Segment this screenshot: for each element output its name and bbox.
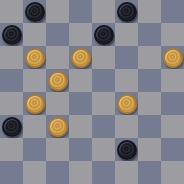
black-man-piece[interactable] <box>117 2 137 22</box>
square-b5 <box>23 69 46 92</box>
black-man-piece[interactable] <box>25 2 45 22</box>
square-a7[interactable] <box>0 23 23 46</box>
square-f3 <box>115 115 138 138</box>
gold-man-piece[interactable] <box>25 94 45 114</box>
square-b7 <box>23 23 46 46</box>
black-man-piece[interactable] <box>117 140 137 160</box>
square-c2 <box>46 138 69 161</box>
square-h1 <box>161 161 184 184</box>
square-f4[interactable] <box>115 92 138 115</box>
square-a2 <box>0 138 23 161</box>
square-d5 <box>69 69 92 92</box>
black-man-piece[interactable] <box>2 117 22 137</box>
square-d2[interactable] <box>69 138 92 161</box>
square-f5 <box>115 69 138 92</box>
square-e8 <box>92 0 115 23</box>
square-g2 <box>138 138 161 161</box>
square-h8[interactable] <box>161 0 184 23</box>
square-e2 <box>92 138 115 161</box>
gold-man-piece[interactable] <box>71 48 91 68</box>
square-d7 <box>69 23 92 46</box>
square-e1[interactable] <box>92 161 115 184</box>
square-c3[interactable] <box>46 115 69 138</box>
square-h6[interactable] <box>161 46 184 69</box>
square-b1 <box>23 161 46 184</box>
gold-man-piece[interactable] <box>163 48 183 68</box>
square-d1 <box>69 161 92 184</box>
gold-man-piece[interactable] <box>48 117 68 137</box>
square-e5[interactable] <box>92 69 115 92</box>
square-g1[interactable] <box>138 161 161 184</box>
square-c5[interactable] <box>46 69 69 92</box>
square-c1[interactable] <box>46 161 69 184</box>
square-f8[interactable] <box>115 0 138 23</box>
square-e6 <box>92 46 115 69</box>
square-d8[interactable] <box>69 0 92 23</box>
black-man-piece[interactable] <box>2 25 22 45</box>
square-d6[interactable] <box>69 46 92 69</box>
square-h4[interactable] <box>161 92 184 115</box>
square-f6[interactable] <box>115 46 138 69</box>
square-g5[interactable] <box>138 69 161 92</box>
square-h7 <box>161 23 184 46</box>
square-f7 <box>115 23 138 46</box>
square-b4[interactable] <box>23 92 46 115</box>
square-b3 <box>23 115 46 138</box>
square-c4 <box>46 92 69 115</box>
square-h5 <box>161 69 184 92</box>
square-a6 <box>0 46 23 69</box>
gold-man-piece[interactable] <box>117 94 137 114</box>
square-e4 <box>92 92 115 115</box>
square-h3 <box>161 115 184 138</box>
checkers-board <box>0 0 184 184</box>
square-c8 <box>46 0 69 23</box>
square-d3 <box>69 115 92 138</box>
gold-man-piece[interactable] <box>48 71 68 91</box>
square-a3[interactable] <box>0 115 23 138</box>
square-g4 <box>138 92 161 115</box>
square-f1 <box>115 161 138 184</box>
square-b8[interactable] <box>23 0 46 23</box>
square-g8 <box>138 0 161 23</box>
square-g3[interactable] <box>138 115 161 138</box>
square-c6 <box>46 46 69 69</box>
square-f2[interactable] <box>115 138 138 161</box>
square-e7[interactable] <box>92 23 115 46</box>
square-a1[interactable] <box>0 161 23 184</box>
black-man-piece[interactable] <box>94 25 114 45</box>
square-e3[interactable] <box>92 115 115 138</box>
square-h2[interactable] <box>161 138 184 161</box>
square-a8 <box>0 0 23 23</box>
square-d4[interactable] <box>69 92 92 115</box>
square-g6 <box>138 46 161 69</box>
square-g7[interactable] <box>138 23 161 46</box>
square-a4 <box>0 92 23 115</box>
gold-man-piece[interactable] <box>25 48 45 68</box>
square-c7[interactable] <box>46 23 69 46</box>
square-b2[interactable] <box>23 138 46 161</box>
square-a5[interactable] <box>0 69 23 92</box>
square-b6[interactable] <box>23 46 46 69</box>
